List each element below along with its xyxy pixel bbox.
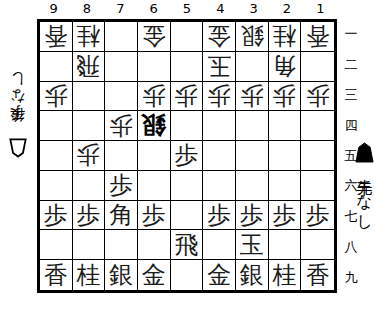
sente-piece: 歩 (272, 203, 296, 227)
sente-piece: 香 (44, 263, 68, 287)
square-34[interactable] (236, 111, 269, 141)
shogi-diagram: 987654321 香桂金金銀桂香飛玉角歩歩歩歩歩歩歩歩銀歩歩歩歩歩角歩歩歩歩歩… (0, 0, 383, 316)
square-21[interactable]: 桂 (269, 22, 302, 52)
sente-hand-panel: 先手 なし (349, 142, 379, 312)
square-86[interactable] (73, 171, 106, 201)
sente-piece: 歩 (207, 203, 231, 227)
square-66[interactable] (138, 171, 171, 201)
square-79[interactable]: 銀 (105, 260, 138, 290)
rank-label-1: 一 (341, 19, 361, 49)
square-95[interactable] (40, 141, 73, 171)
sente-piece: 歩 (109, 173, 133, 197)
gote-piece: 歩 (240, 84, 264, 108)
square-67[interactable]: 歩 (138, 201, 171, 231)
file-label-9: 9 (37, 0, 70, 17)
square-15[interactable] (301, 141, 334, 171)
square-76[interactable]: 歩 (105, 171, 138, 201)
gote-piece: 歩 (207, 84, 231, 108)
gote-piece: 歩 (44, 84, 68, 108)
sente-hand-pieces: なし (354, 183, 375, 224)
sente-piece: 歩 (44, 203, 68, 227)
square-47[interactable]: 歩 (203, 201, 236, 231)
square-58[interactable]: 飛 (171, 230, 204, 260)
gote-piece: 玉 (207, 54, 231, 78)
square-83[interactable] (73, 82, 106, 112)
square-98[interactable] (40, 230, 73, 260)
sente-piece: 歩 (142, 203, 166, 227)
square-41[interactable]: 金 (203, 22, 236, 52)
square-16[interactable] (301, 171, 334, 201)
square-37[interactable]: 歩 (236, 201, 269, 231)
sente-piece: 香 (306, 263, 330, 287)
square-82[interactable]: 飛 (73, 52, 106, 82)
square-13[interactable]: 歩 (301, 82, 334, 112)
square-55[interactable]: 歩 (171, 141, 204, 171)
square-77[interactable]: 角 (105, 201, 138, 231)
square-63[interactable]: 歩 (138, 82, 171, 112)
gote-piece: 歩 (272, 84, 296, 108)
sente-piece: 桂 (76, 263, 100, 287)
square-48[interactable] (203, 230, 236, 260)
gote-piece: 角 (272, 54, 296, 78)
square-59[interactable] (171, 260, 204, 290)
square-38[interactable]: 玉 (236, 230, 269, 260)
sente-piece: 金 (142, 263, 166, 287)
square-11[interactable]: 香 (301, 22, 334, 52)
square-36[interactable] (236, 171, 269, 201)
square-54[interactable] (171, 111, 204, 141)
file-label-3: 3 (237, 0, 270, 17)
sente-piece: 歩 (306, 203, 330, 227)
gote-piece: 桂 (272, 24, 296, 48)
square-32[interactable] (236, 52, 269, 82)
gote-piece: 歩 (76, 143, 100, 167)
square-78[interactable] (105, 230, 138, 260)
sente-piece-marker-icon (355, 142, 374, 163)
sente-piece: 桂 (272, 263, 296, 287)
file-label-7: 7 (104, 0, 137, 17)
square-62[interactable] (138, 52, 171, 82)
square-75[interactable] (105, 141, 138, 171)
sente-piece: 銀 (240, 263, 264, 287)
sente-piece: 玉 (240, 233, 264, 257)
gote-piece: 銀 (141, 113, 166, 138)
square-42[interactable]: 玉 (203, 52, 236, 82)
square-85[interactable]: 歩 (73, 141, 106, 171)
square-26[interactable] (269, 171, 302, 201)
gote-piece: 金 (207, 24, 231, 48)
square-88[interactable] (73, 230, 106, 260)
gote-piece: 桂 (76, 24, 100, 48)
sente-piece: 飛 (174, 233, 198, 257)
square-14[interactable] (301, 111, 334, 141)
rank-label-3: 三 (341, 80, 361, 110)
board-grid: 香桂金金銀桂香飛玉角歩歩歩歩歩歩歩歩銀歩歩歩歩歩角歩歩歩歩歩飛玉香桂銀金金銀桂香 (37, 19, 337, 293)
gote-piece: 金 (142, 24, 166, 48)
square-92[interactable] (40, 52, 73, 82)
square-22[interactable]: 角 (269, 52, 302, 82)
gote-piece-marker-icon (9, 138, 27, 158)
gote-piece: 歩 (174, 84, 198, 108)
square-45[interactable] (203, 141, 236, 171)
gote-hand-pieces: なし (9, 77, 28, 115)
square-49[interactable]: 金 (203, 260, 236, 290)
sente-label: 先手 (354, 166, 375, 170)
gote-piece: 香 (306, 24, 330, 48)
square-53[interactable]: 歩 (171, 82, 204, 112)
square-51[interactable] (171, 22, 204, 52)
square-46[interactable] (203, 171, 236, 201)
square-24[interactable] (269, 111, 302, 141)
gote-piece: 飛 (76, 54, 100, 78)
square-74[interactable]: 歩 (105, 111, 138, 141)
square-65[interactable] (138, 141, 171, 171)
sente-piece: 歩 (240, 203, 264, 227)
square-71[interactable] (105, 22, 138, 52)
gote-piece: 歩 (109, 114, 133, 138)
sente-piece: 歩 (76, 203, 100, 227)
file-label-1: 1 (304, 0, 337, 17)
gote-piece: 歩 (142, 84, 166, 108)
square-27[interactable]: 歩 (269, 201, 302, 231)
file-labels: 987654321 (37, 0, 337, 17)
sente-piece: 銀 (109, 263, 133, 287)
file-label-8: 8 (70, 0, 103, 17)
square-52[interactable] (171, 52, 204, 82)
sente-piece: 金 (207, 263, 231, 287)
file-label-4: 4 (204, 0, 237, 17)
square-17[interactable]: 歩 (301, 201, 334, 231)
rank-label-4: 四 (341, 110, 361, 140)
square-31[interactable]: 銀 (236, 22, 269, 52)
gote-hand-panel: 後手 なし (4, 10, 32, 158)
square-57[interactable] (171, 201, 204, 231)
gote-piece: 歩 (306, 84, 330, 108)
square-43[interactable]: 歩 (203, 82, 236, 112)
square-84[interactable] (73, 111, 106, 141)
gote-label: 後手 (9, 131, 28, 135)
square-39[interactable]: 銀 (236, 260, 269, 290)
sente-piece: 角 (109, 203, 133, 227)
square-73[interactable] (105, 82, 138, 112)
square-44[interactable] (203, 111, 236, 141)
square-23[interactable]: 歩 (269, 82, 302, 112)
file-label-6: 6 (137, 0, 170, 17)
square-28[interactable] (269, 230, 302, 260)
square-12[interactable] (301, 52, 334, 82)
gote-piece: 銀 (240, 24, 264, 48)
square-69[interactable]: 金 (138, 260, 171, 290)
square-72[interactable] (105, 52, 138, 82)
square-56[interactable] (171, 171, 204, 201)
rank-label-2: 二 (341, 49, 361, 79)
square-89[interactable]: 桂 (73, 260, 106, 290)
square-96[interactable] (40, 171, 73, 201)
square-87[interactable]: 歩 (73, 201, 106, 231)
file-label-5: 5 (170, 0, 203, 17)
square-19[interactable]: 香 (301, 260, 334, 290)
square-99[interactable]: 香 (40, 260, 73, 290)
gote-piece: 香 (44, 24, 68, 48)
square-93[interactable]: 歩 (40, 82, 73, 112)
square-68[interactable] (138, 230, 171, 260)
square-61[interactable]: 金 (138, 22, 171, 52)
square-18[interactable] (301, 230, 334, 260)
sente-piece: 歩 (174, 143, 198, 167)
square-94[interactable] (40, 111, 73, 141)
square-81[interactable]: 桂 (73, 22, 106, 52)
square-33[interactable]: 歩 (236, 82, 269, 112)
square-29[interactable]: 桂 (269, 260, 302, 290)
square-64[interactable]: 銀 (138, 111, 171, 141)
square-97[interactable]: 歩 (40, 201, 73, 231)
square-35[interactable] (236, 141, 269, 171)
square-91[interactable]: 香 (40, 22, 73, 52)
square-25[interactable] (269, 141, 302, 171)
file-label-2: 2 (270, 0, 303, 17)
